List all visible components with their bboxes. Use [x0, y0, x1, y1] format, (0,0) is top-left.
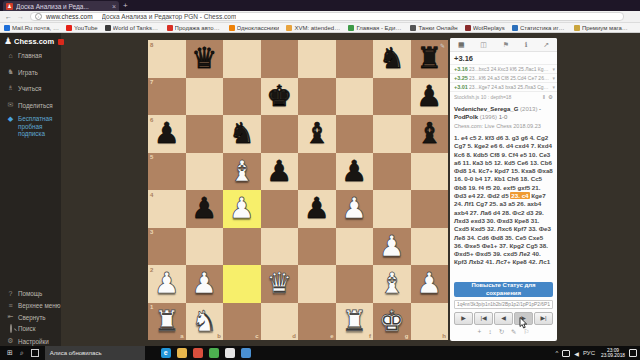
sidebar-item-home[interactable]: ⌂Главная — [6, 52, 42, 59]
sidebar-item-label: Верхнее меню — [18, 302, 61, 309]
taskbar-search-box[interactable]: Алиса обновилась — [45, 346, 145, 360]
logo-pawn-icon: ♟ — [4, 37, 12, 46]
rank-label: 7 — [150, 79, 153, 85]
bookmark-label: Продажа автомо... — [175, 25, 222, 31]
bookmark-favicon — [229, 25, 235, 31]
square-a2[interactable]: 2♟ — [148, 265, 186, 303]
square-d6[interactable] — [261, 115, 299, 153]
sidebar: ♟ Chess.com ⌂Главная♞Играть♗Учиться✉Поде… — [0, 33, 61, 346]
browser-titlebar: ♟ Доска Анализа и Реда... × + — [0, 0, 640, 11]
square-h2[interactable]: ♟ — [411, 265, 449, 303]
square-e1[interactable]: e — [298, 303, 336, 341]
bookmark-item[interactable]: Главная - Едина... — [348, 25, 403, 31]
square-f8[interactable] — [336, 40, 374, 78]
bookmark-item[interactable]: Mail.Ru почта, н... — [4, 25, 59, 31]
page-content: ♟ Chess.com ⌂Главная♞Играть♗Учиться✉Поде… — [0, 33, 640, 346]
piece-black-knight[interactable]: ♞ — [223, 115, 261, 153]
file-label: h — [442, 333, 446, 339]
square-c7[interactable] — [223, 78, 261, 116]
square-h3[interactable] — [411, 228, 449, 266]
bookmark-item[interactable]: Одноклассники — [229, 25, 280, 31]
sidebar-item-label: Главная — [18, 52, 42, 59]
piece-white-pawn[interactable]: ♟ — [373, 228, 411, 266]
square-f1[interactable]: f♜ — [336, 303, 374, 341]
rank-label: 4 — [150, 192, 153, 198]
bookmark-label: Статистика игро... — [520, 25, 567, 31]
bookmark-favicon — [66, 25, 72, 31]
current-move[interactable]: 23. c4 — [510, 192, 529, 199]
diamond-icon: ◆ — [6, 115, 15, 138]
bookmark-label: Главная - Едина... — [356, 25, 403, 31]
language-indicator[interactable]: РУС — [583, 350, 595, 356]
engine-line-eval: +3.25 — [454, 75, 469, 81]
bookmark-item[interactable]: Продажа автомо... — [167, 25, 222, 31]
tab-title: Доска Анализа и Реда... — [16, 3, 110, 10]
tool-edit-icon[interactable]: ✎ — [511, 328, 516, 336]
chess-board[interactable]: 8♛♞♜7♚♟6♟♞♝♝5♝♟♟4♟♟♟♟3♟2♟♟♛♝♟1a♜b♞cdef♜g… — [148, 40, 448, 340]
logo-text: Chess.com — [14, 37, 54, 46]
clock[interactable]: 23:09 23.09.2018 — [601, 348, 625, 358]
back-icon[interactable]: ← — [5, 13, 12, 20]
panel-tab-info-icon[interactable]: ℹ — [525, 41, 528, 49]
tab-close-icon[interactable]: × — [112, 3, 116, 10]
taskbar-apps: e — [161, 348, 251, 358]
square-c4[interactable]: ♟ — [223, 190, 261, 228]
tray-expand-icon[interactable]: ^ — [556, 350, 559, 356]
square-g8[interactable]: ♞ — [373, 40, 411, 78]
bookmark-favicon — [286, 25, 292, 31]
square-f4[interactable]: ♟ — [336, 190, 374, 228]
system-tray: ^ ◀ РУС 23:09 23.09.2018 — [556, 346, 637, 360]
panel-tab-report-icon[interactable]: ⚑ — [503, 41, 509, 49]
bookmark-label: XVM: attended v... — [294, 25, 341, 31]
learn-icon: ♗ — [6, 84, 15, 92]
rank-label: 8 — [150, 42, 153, 48]
task-view-icon[interactable] — [31, 349, 39, 357]
piece-white-pawn[interactable]: ♟ — [411, 265, 449, 303]
square-g6[interactable] — [373, 115, 411, 153]
white-player-rating: (2013) — [520, 106, 537, 112]
engine-line-eval: +3.16 — [454, 66, 469, 72]
square-d2[interactable]: ♛ — [261, 265, 299, 303]
browser-toolbar: ← → i www.chess.com Доска Анализа и Реда… — [0, 11, 640, 23]
sidebar-item-help[interactable]: ?Помощь — [6, 290, 42, 297]
analysis-panel: ▦◫⚑ℹ↗ +3.16 +3.1623...bxc3 24.Кxc3 Кf6 2… — [450, 38, 557, 341]
piece-white-pawn[interactable]: ♟ — [336, 190, 374, 228]
panel-tab-analysis-icon[interactable]: ▦ — [458, 41, 465, 49]
square-h4[interactable] — [411, 190, 449, 228]
move-navigation: ▶|◀◀▶▶| — [454, 312, 553, 325]
sidebar-item-label: Свернуть — [18, 314, 46, 321]
piece-black-pawn[interactable]: ♟ — [336, 153, 374, 191]
piece-white-knight[interactable]: ♞ — [186, 303, 224, 341]
bookmark-label: Mail.Ru почта, н... — [12, 25, 59, 31]
share-icon: ✉ — [6, 101, 15, 109]
engine-line-moves: 23...Кge7 24.a3 bxa3 25.Лxa3 Сg7 26.cxd5… — [469, 84, 549, 90]
screen: ♟ Доска Анализа и Реда... × + ← → i www.… — [0, 0, 640, 360]
square-a1[interactable]: 1a♜ — [148, 303, 186, 341]
bookmark-label: Одноклассники — [237, 25, 280, 31]
bookmark-item[interactable]: Премиум магази... — [574, 25, 629, 31]
square-g1[interactable]: g♚ — [373, 303, 411, 341]
help-icon: ? — [6, 290, 15, 297]
piece-white-pawn[interactable]: ♟ — [223, 190, 261, 228]
rank-label: 3 — [150, 229, 153, 235]
bookmark-label: YouTube — [74, 25, 98, 31]
upgrade-status-button[interactable]: Повысьте Статус для сохранения — [454, 282, 553, 297]
piece-white-rook[interactable]: ♜ — [336, 303, 374, 341]
browser-tab[interactable]: ♟ Доска Анализа и Реда... × — [3, 1, 119, 11]
square-e6[interactable]: ♝ — [298, 115, 336, 153]
bookmark-item[interactable]: WotReplays — [465, 25, 505, 31]
square-b1[interactable]: b♞ — [186, 303, 224, 341]
sidebar-item-top-menu[interactable]: ≡Верхнее меню — [6, 302, 61, 309]
bookmark-favicon — [348, 25, 354, 31]
square-e2[interactable] — [298, 265, 336, 303]
square-h7[interactable]: ♟ — [411, 78, 449, 116]
square-h5[interactable] — [411, 153, 449, 191]
pause-engine-icon[interactable]: ‖ — [543, 94, 545, 100]
square-a5[interactable]: 5 — [148, 153, 186, 191]
piece-black-pawn[interactable]: ♟ — [411, 78, 449, 116]
square-a8[interactable]: 8 — [148, 40, 186, 78]
forward-icon[interactable]: → — [17, 13, 24, 20]
tool-reload-icon[interactable]: ↻ — [499, 328, 504, 336]
engine-line-moves: 23...bxc3 24.Кxc3 Кf6 25.Лac1 Кge7 26.Лf… — [469, 66, 549, 72]
panel-tab-share-icon[interactable]: ↗ — [543, 41, 549, 49]
square-f6[interactable] — [336, 115, 374, 153]
engine-line[interactable]: +3.2523...Кf6 24.a3 Сf8 25.Сd4 Сe7 26.cx… — [450, 73, 557, 82]
last-move-button[interactable]: ▶| — [534, 312, 553, 325]
square-b5[interactable] — [186, 153, 224, 191]
first-move-button[interactable]: |◀ — [474, 312, 493, 325]
bookmark-item[interactable]: Танки Онлайн — [410, 25, 457, 31]
file-label: d — [292, 333, 296, 339]
moves-before[interactable]: 1. e4 c5 2. Кf3 d6 3. g3 g6 4. Сg2 Сg7 5… — [454, 134, 553, 199]
sidebar-item-settings[interactable]: ⚙Настройки — [6, 337, 49, 345]
piece-black-pawn[interactable]: ♟ — [261, 153, 299, 191]
taskbar-app-icon[interactable]: e — [161, 348, 171, 358]
piece-black-queen[interactable]: ♛ — [186, 40, 224, 78]
piece-black-pawn[interactable]: ♟ — [186, 190, 224, 228]
sidebar-item-label: Поделиться — [18, 102, 53, 109]
square-c5[interactable]: ♝ — [223, 153, 261, 191]
engine-line[interactable]: +3.0123...Кge7 24.a3 bxa3 25.Лxa3 Сg7 26… — [450, 82, 557, 91]
chesscom-logo[interactable]: ♟ Chess.com — [4, 37, 64, 46]
chesscom-favicon: ♟ — [6, 3, 13, 10]
bookmarks-bar: Mail.Ru почта, н...YouTubeWorld of Tanks… — [0, 23, 640, 33]
square-b7[interactable] — [186, 78, 224, 116]
square-b2[interactable]: ♟ — [186, 265, 224, 303]
bookmark-favicon — [167, 25, 173, 31]
home-icon: ⌂ — [6, 52, 15, 59]
bookmark-item[interactable]: Статистика игро... — [512, 25, 567, 31]
piece-black-bishop[interactable]: ♝ — [298, 115, 336, 153]
square-d5[interactable]: ♟ — [261, 153, 299, 191]
url-text: www.chess.com — [46, 13, 93, 20]
square-g5[interactable] — [373, 153, 411, 191]
settings-icon: ⚙ — [6, 337, 15, 345]
tool-add-icon[interactable]: + — [478, 328, 482, 336]
sidebar-item-trial[interactable]: ◆ Бесплатная пробная подписка — [6, 115, 62, 138]
piece-black-bishop[interactable]: ♝ — [411, 115, 449, 153]
bookmark-label: World of Tanks — — [113, 25, 160, 31]
square-g3[interactable]: ♟ — [373, 228, 411, 266]
new-tab-button[interactable]: + — [123, 2, 128, 10]
taskbar-app-icon[interactable] — [209, 348, 219, 358]
engine-settings-icon[interactable]: ⚙ — [548, 94, 553, 100]
panel-tab-board-editor-icon[interactable]: ◫ — [480, 41, 487, 49]
panel-toolbar: ▦◫⚑ℹ↗ — [450, 38, 557, 52]
mouse-cursor — [516, 317, 528, 329]
sidebar-item-share[interactable]: ✉Поделиться — [6, 101, 53, 109]
expand-line-icon[interactable]: ▾ — [549, 75, 555, 81]
moves-after[interactable]: Кge7 24. Лf1 Сg7 25. a3 a5 26. axb4 axb4… — [454, 192, 551, 265]
start-button[interactable]: ⊞ — [7, 349, 13, 357]
fen-input[interactable] — [454, 300, 553, 309]
address-page-title: Доска Анализа и Редактор PGN - Chess.com — [102, 13, 237, 20]
piece-black-knight[interactable]: ♞ — [373, 40, 411, 78]
expand-line-icon[interactable]: ▾ — [549, 66, 555, 72]
square-b3[interactable] — [186, 228, 224, 266]
taskbar: ⊞ ⌕ Алиса обновилась e ^ ◀ РУС 23:09 23.… — [0, 346, 640, 360]
piece-white-bishop[interactable]: ♝ — [223, 153, 261, 191]
move-list[interactable]: 1. e4 c5 2. Кf3 d6 3. g3 g6 4. Сg2 Сg7 5… — [450, 129, 557, 267]
sidebar-item-label: Настройки — [18, 338, 49, 345]
bookmark-favicon — [4, 25, 10, 31]
square-e3[interactable] — [298, 228, 336, 266]
bookmark-label: Премиум магази... — [582, 25, 629, 31]
square-d3[interactable] — [261, 228, 299, 266]
sidebar-item-collapse[interactable]: ⇤Свернуть — [6, 313, 46, 321]
taskbar-app-icon[interactable] — [225, 348, 235, 358]
engine-name: Stockfish.js 10 : depth=18 — [454, 94, 540, 100]
engine-line[interactable]: +3.1623...bxc3 24.Кxc3 Кf6 25.Лac1 Кge7 … — [450, 64, 557, 73]
piece-white-rook[interactable]: ♜ — [148, 303, 186, 341]
sidebar-item-learn[interactable]: ♗Учиться — [6, 84, 42, 92]
square-c6[interactable]: ♞ — [223, 115, 261, 153]
black-player-name: PodPolk — [454, 114, 478, 120]
sidebar-item-search[interactable]: Поиск — [6, 325, 35, 332]
prev-move-button[interactable]: ◀ — [494, 312, 513, 325]
square-a4[interactable]: 4 — [148, 190, 186, 228]
square-a7[interactable]: 7 — [148, 78, 186, 116]
square-e8[interactable] — [298, 40, 336, 78]
square-a6[interactable]: 6♟ — [148, 115, 186, 153]
square-a3[interactable]: 3 — [148, 228, 186, 266]
taskbar-search-text: Алиса обновилась — [50, 350, 102, 356]
square-b8[interactable]: ♛ — [186, 40, 224, 78]
piece-black-pawn[interactable]: ♟ — [148, 115, 186, 153]
sidebar-item-label: Помощь — [18, 290, 42, 297]
game-header: Vedenichev_Serega_G (2013) - PodPolk (19… — [450, 101, 557, 121]
bookmark-item[interactable]: World of Tanks — — [105, 25, 160, 31]
white-player-name: Vedenichev_Serega_G — [454, 106, 518, 112]
square-e4[interactable]: ♟ — [298, 190, 336, 228]
piece-black-pawn[interactable]: ♟ — [298, 190, 336, 228]
piece-black-king[interactable]: ♚ — [261, 78, 299, 116]
piece-white-queen[interactable]: ♛ — [261, 265, 299, 303]
tray-date: 23.09.2018 — [601, 353, 625, 358]
square-g2[interactable]: ♝ — [373, 265, 411, 303]
engine-line-eval: +3.01 — [454, 84, 469, 90]
notification-center-icon[interactable] — [629, 349, 637, 357]
square-g7[interactable] — [373, 78, 411, 116]
expand-line-icon[interactable]: ▾ — [549, 84, 555, 90]
trial-label: Бесплатная пробная подписка — [18, 115, 62, 138]
square-f2[interactable] — [336, 265, 374, 303]
taskbar-search-icon[interactable]: ⌕ — [20, 349, 24, 357]
square-b6[interactable] — [186, 115, 224, 153]
collapse-icon: ⇤ — [6, 313, 15, 321]
square-e5[interactable] — [298, 153, 336, 191]
square-d1[interactable]: d — [261, 303, 299, 341]
engine-status: Stockfish.js 10 : depth=18 ‖ ⚙ — [450, 91, 557, 101]
tool-flag-icon[interactable]: ⚐ — [524, 328, 530, 336]
piece-white-pawn[interactable]: ♟ — [186, 265, 224, 303]
square-c8[interactable] — [223, 40, 261, 78]
square-c1[interactable]: c — [223, 303, 261, 341]
bookmark-favicon — [574, 25, 580, 31]
taskbar-app-icon[interactable] — [177, 348, 187, 358]
black-player-rating: (1996) — [480, 114, 497, 120]
speaker-icon[interactable]: ◀ — [574, 350, 579, 357]
tool-flip-board-icon[interactable]: ↕ — [488, 328, 491, 336]
bookmark-item[interactable]: YouTube — [66, 25, 98, 31]
sidebar-item-play[interactable]: ♞Играть — [6, 68, 38, 76]
board-edit-icon[interactable]: ✎ — [440, 42, 445, 49]
square-b4[interactable]: ♟ — [186, 190, 224, 228]
square-d8[interactable] — [261, 40, 299, 78]
play-button[interactable]: ▶ — [454, 312, 473, 325]
square-c3[interactable] — [223, 228, 261, 266]
engine-line-moves: 23...Кf6 24.a3 Сf8 25.Сd4 Сe7 26.cxd5 Кx… — [469, 75, 549, 81]
square-f3[interactable] — [336, 228, 374, 266]
search-icon — [6, 325, 15, 332]
square-c2[interactable] — [223, 265, 261, 303]
piece-white-bishop[interactable]: ♝ — [373, 265, 411, 303]
file-label: c — [255, 333, 258, 339]
rank-label: 5 — [150, 154, 153, 160]
evaluation-score: +3.16 — [450, 52, 557, 64]
play-icon: ♞ — [6, 68, 15, 76]
bookmark-label: WotReplays — [473, 25, 505, 31]
square-g4[interactable] — [373, 190, 411, 228]
square-d7[interactable]: ♚ — [261, 78, 299, 116]
bookmark-item[interactable]: XVM: attended v... — [286, 25, 341, 31]
address-bar[interactable]: i www.chess.com Доска Анализа и Редактор… — [30, 12, 624, 21]
bookmark-favicon — [465, 25, 471, 31]
square-f5[interactable]: ♟ — [336, 153, 374, 191]
sidebar-item-label: Играть — [18, 69, 38, 76]
sidebar-item-label: Поиск — [18, 325, 35, 332]
top-menu-icon: ≡ — [6, 302, 15, 309]
bookmark-label: Танки Онлайн — [418, 25, 457, 31]
piece-white-pawn[interactable]: ♟ — [148, 265, 186, 303]
piece-white-king[interactable]: ♚ — [373, 303, 411, 341]
game-event: Chess.com: Live Chess 2018.09.23 — [450, 121, 557, 129]
game-result: 1-0 — [499, 114, 508, 120]
taskbar-app-icon[interactable] — [241, 348, 251, 358]
taskbar-app-icon[interactable] — [193, 348, 203, 358]
bookmark-favicon — [410, 25, 416, 31]
square-e7[interactable] — [298, 78, 336, 116]
bookmark-favicon — [105, 25, 111, 31]
file-label: e — [330, 333, 333, 339]
site-info-icon[interactable]: i — [35, 13, 42, 20]
chat-icon[interactable] — [562, 350, 570, 357]
sidebar-item-label: Учиться — [18, 85, 42, 92]
square-h6[interactable]: ♝ — [411, 115, 449, 153]
bookmark-favicon — [512, 25, 518, 31]
notification-badge — [58, 39, 64, 45]
square-f7[interactable] — [336, 78, 374, 116]
square-h1[interactable]: h — [411, 303, 449, 341]
board-tools: +↕↻✎⚐ — [454, 328, 553, 336]
square-d4[interactable] — [261, 190, 299, 228]
